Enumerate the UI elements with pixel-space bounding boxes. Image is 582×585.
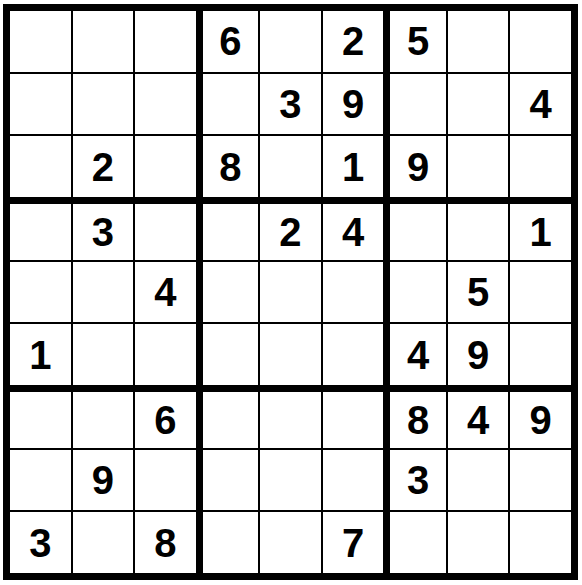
sudoku-cell-r7c1[interactable] — [10, 387, 71, 448]
sudoku-cell-r9c7[interactable] — [385, 512, 446, 573]
given-digit: 8 — [219, 147, 241, 187]
given-digit: 3 — [279, 84, 301, 124]
sudoku-cell-r1c2[interactable] — [73, 11, 134, 72]
given-digit: 9 — [342, 84, 364, 124]
given-digit: 4 — [530, 84, 552, 124]
sudoku-cell-r3c7: 9 — [385, 136, 446, 197]
sudoku-cell-r7c2[interactable] — [73, 387, 134, 448]
sudoku-cell-r2c7[interactable] — [385, 74, 446, 135]
sudoku-cell-r5c3: 4 — [135, 262, 196, 323]
sudoku-cell-r5c9[interactable] — [510, 262, 571, 323]
given-digit: 6 — [219, 21, 241, 61]
sudoku-cell-r2c3[interactable] — [135, 74, 196, 135]
sudoku-cell-r7c3: 6 — [135, 387, 196, 448]
sudoku-cell-r6c4[interactable] — [198, 324, 259, 385]
sudoku-cell-r4c7[interactable] — [385, 199, 446, 260]
sudoku-cell-r4c4[interactable] — [198, 199, 259, 260]
sudoku-cell-r4c2: 3 — [73, 199, 134, 260]
sudoku-cell-r8c9[interactable] — [510, 450, 571, 511]
sudoku-cell-r8c4[interactable] — [198, 450, 259, 511]
sudoku-cell-r6c2[interactable] — [73, 324, 134, 385]
sudoku-cell-r4c3[interactable] — [135, 199, 196, 260]
sudoku-cell-r7c5[interactable] — [260, 387, 321, 448]
given-digit: 2 — [342, 21, 364, 61]
sudoku-cell-r1c6: 2 — [323, 11, 384, 72]
sudoku-cell-r1c5[interactable] — [260, 11, 321, 72]
sudoku-cell-r5c8: 5 — [448, 262, 509, 323]
given-digit: 7 — [342, 523, 364, 563]
sudoku-cell-r9c5[interactable] — [260, 512, 321, 573]
sudoku-cell-r3c5[interactable] — [260, 136, 321, 197]
sudoku-cell-r3c4: 8 — [198, 136, 259, 197]
sudoku-cell-r6c6[interactable] — [323, 324, 384, 385]
given-digit: 8 — [407, 400, 429, 440]
given-digit: 6 — [154, 400, 176, 440]
given-digit: 3 — [407, 460, 429, 500]
sudoku-cell-r7c9: 9 — [510, 387, 571, 448]
sudoku-cell-r5c1[interactable] — [10, 262, 71, 323]
sudoku-cell-r1c9[interactable] — [510, 11, 571, 72]
given-digit: 4 — [407, 335, 429, 375]
sudoku-cell-r2c4[interactable] — [198, 74, 259, 135]
sudoku-cell-r6c5[interactable] — [260, 324, 321, 385]
sudoku-cell-r4c9: 1 — [510, 199, 571, 260]
sudoku-cell-r8c3[interactable] — [135, 450, 196, 511]
sudoku-cell-r5c6[interactable] — [323, 262, 384, 323]
given-digit: 4 — [342, 212, 364, 252]
sudoku-cell-r5c2[interactable] — [73, 262, 134, 323]
sudoku-cell-r9c3: 8 — [135, 512, 196, 573]
sudoku-cell-r9c4[interactable] — [198, 512, 259, 573]
sudoku-cell-r6c3[interactable] — [135, 324, 196, 385]
sudoku-cell-r7c8: 4 — [448, 387, 509, 448]
given-digit: 3 — [29, 523, 51, 563]
sudoku-cell-r9c1: 3 — [10, 512, 71, 573]
sudoku-cell-r2c6: 9 — [323, 74, 384, 135]
sudoku-cell-r1c1[interactable] — [10, 11, 71, 72]
sudoku-cell-r1c7: 5 — [385, 11, 446, 72]
sudoku-cell-r2c8[interactable] — [448, 74, 509, 135]
given-digit: 2 — [279, 212, 301, 252]
sudoku-cell-r4c5: 2 — [260, 199, 321, 260]
sudoku-cell-r9c9[interactable] — [510, 512, 571, 573]
sudoku-cell-r3c9[interactable] — [510, 136, 571, 197]
given-digit: 4 — [154, 272, 176, 312]
given-digit: 5 — [407, 21, 429, 61]
sudoku-cell-r9c6: 7 — [323, 512, 384, 573]
sudoku-cell-r8c8[interactable] — [448, 450, 509, 511]
sudoku-cell-r3c1[interactable] — [10, 136, 71, 197]
sudoku-cell-r3c6: 1 — [323, 136, 384, 197]
sudoku-board: 6253942819324145149684993387 — [3, 4, 578, 580]
sudoku-cell-r3c3[interactable] — [135, 136, 196, 197]
sudoku-cell-r9c2[interactable] — [73, 512, 134, 573]
given-digit: 2 — [92, 147, 114, 187]
sudoku-cell-r4c1[interactable] — [10, 199, 71, 260]
sudoku-cell-r3c2: 2 — [73, 136, 134, 197]
sudoku-cell-r5c7[interactable] — [385, 262, 446, 323]
sudoku-cell-r2c9: 4 — [510, 74, 571, 135]
sudoku-cell-r2c5: 3 — [260, 74, 321, 135]
given-digit: 8 — [154, 523, 176, 563]
sudoku-cell-r7c6[interactable] — [323, 387, 384, 448]
sudoku-cell-r5c5[interactable] — [260, 262, 321, 323]
given-digit: 1 — [530, 212, 552, 252]
sudoku-cell-r6c8: 9 — [448, 324, 509, 385]
given-digit: 9 — [530, 400, 552, 440]
sudoku-cell-r1c8[interactable] — [448, 11, 509, 72]
sudoku-cell-r9c8[interactable] — [448, 512, 509, 573]
given-digit: 5 — [467, 272, 489, 312]
sudoku-cell-r3c8[interactable] — [448, 136, 509, 197]
sudoku-cell-r8c6[interactable] — [323, 450, 384, 511]
sudoku-cell-r1c4: 6 — [198, 11, 259, 72]
sudoku-cell-r4c6: 4 — [323, 199, 384, 260]
sudoku-cell-r7c7: 8 — [385, 387, 446, 448]
given-digit: 9 — [467, 335, 489, 375]
given-digit: 4 — [467, 400, 489, 440]
sudoku-cell-r2c2[interactable] — [73, 74, 134, 135]
sudoku-cell-r6c1: 1 — [10, 324, 71, 385]
sudoku-cell-r1c3[interactable] — [135, 11, 196, 72]
sudoku-cell-r2c1[interactable] — [10, 74, 71, 135]
sudoku-cell-r4c8[interactable] — [448, 199, 509, 260]
given-digit: 1 — [29, 335, 51, 375]
sudoku-cell-r6c9[interactable] — [510, 324, 571, 385]
sudoku-cell-r5c4[interactable] — [198, 262, 259, 323]
sudoku-puzzle: 6253942819324145149684993387 — [3, 4, 578, 580]
sudoku-cell-r8c1[interactable] — [10, 450, 71, 511]
given-digit: 1 — [342, 147, 364, 187]
sudoku-cell-r8c5[interactable] — [260, 450, 321, 511]
sudoku-cell-r7c4[interactable] — [198, 387, 259, 448]
sudoku-cell-r6c7: 4 — [385, 324, 446, 385]
given-digit: 9 — [92, 460, 114, 500]
given-digit: 9 — [407, 147, 429, 187]
sudoku-cell-r8c2: 9 — [73, 450, 134, 511]
given-digit: 3 — [92, 212, 114, 252]
sudoku-cell-r8c7: 3 — [385, 450, 446, 511]
